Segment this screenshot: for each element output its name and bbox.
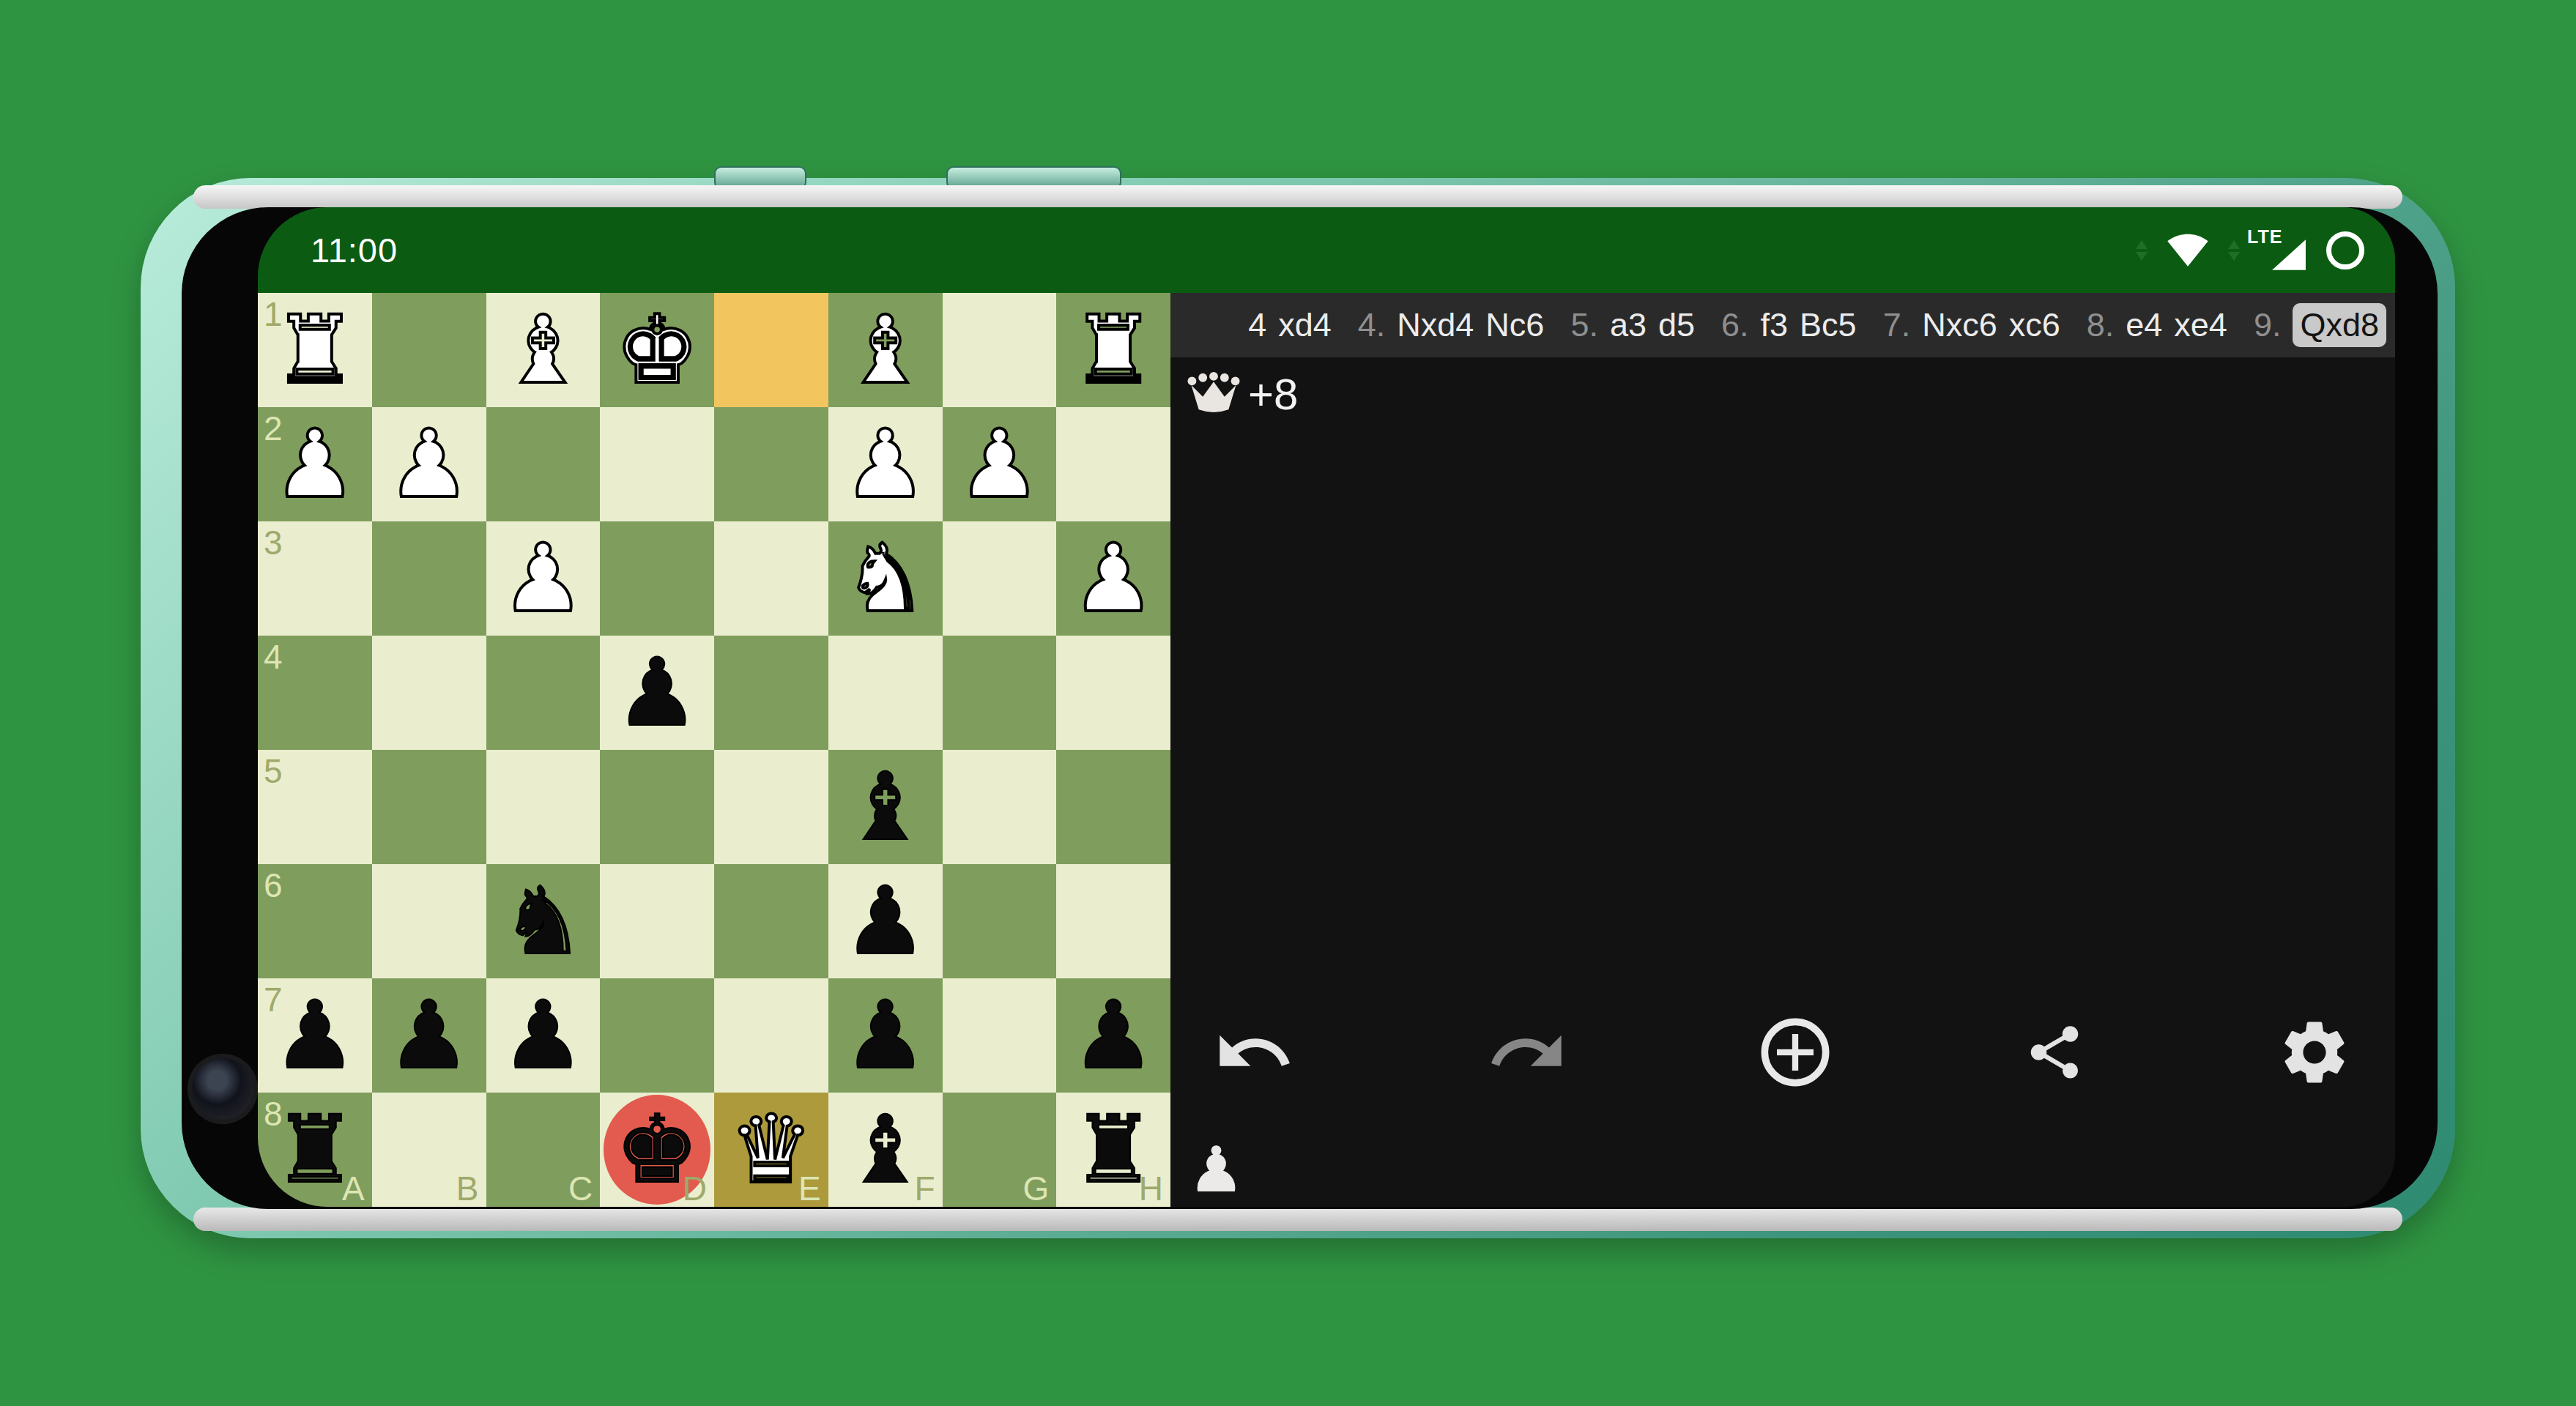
clock: 11:00 <box>311 230 398 270</box>
battery-icon <box>2326 231 2364 269</box>
square-a3[interactable]: 3 <box>258 521 372 636</box>
square-g5[interactable] <box>943 750 1057 864</box>
square-b8[interactable]: B <box>372 1093 486 1207</box>
white-knight[interactable]: ♞ <box>828 521 943 636</box>
square-a5[interactable]: 5 <box>258 750 372 864</box>
phone-bottom-edge <box>193 1208 2402 1231</box>
square-e5[interactable] <box>714 750 828 864</box>
square-e1[interactable] <box>714 293 828 407</box>
current-move[interactable]: Qxd8 <box>2293 303 2386 347</box>
square-e7[interactable] <box>714 978 828 1093</box>
square-a2[interactable]: ♟2 <box>258 407 372 521</box>
phone-mockup: 11:00 LTE <box>141 178 2455 1238</box>
move[interactable]: Nxc6 <box>1922 306 1997 344</box>
black-pawn[interactable]: ♟ <box>828 978 943 1093</box>
square-e3[interactable] <box>714 521 828 636</box>
square-b7[interactable]: ♟ <box>372 978 486 1093</box>
black-pawn[interactable]: ♟ <box>600 636 714 750</box>
file-label: H <box>1139 1169 1163 1207</box>
move[interactable]: xd4 <box>1278 306 1332 344</box>
white-pawn[interactable]: ♟ <box>943 407 1057 521</box>
rank-label: 2 <box>264 409 283 448</box>
square-d6[interactable] <box>600 864 714 978</box>
phone-bezel: 11:00 LTE <box>182 207 2438 1209</box>
move[interactable]: e4 <box>2126 306 2162 344</box>
square-b6[interactable] <box>372 864 486 978</box>
move-number[interactable]: 7. <box>1883 306 1911 344</box>
app-content: ♜1♝♚♝♜♟2♟♟♟3♟♞♟4♟5♝6♞♟♟7♟♟♟♟♜8ABC♚D♛E♝FG… <box>258 293 2395 1207</box>
square-c7[interactable]: ♟ <box>486 978 601 1093</box>
toolbar <box>1170 1005 2395 1100</box>
square-g7[interactable] <box>943 978 1057 1093</box>
square-f2[interactable]: ♟ <box>828 407 943 521</box>
square-f5[interactable]: ♝ <box>828 750 943 864</box>
square-c8[interactable]: C <box>486 1093 601 1207</box>
status-bar: 11:00 LTE <box>258 207 2395 293</box>
evaluation-row: +8 <box>1187 369 1298 420</box>
black-pawn[interactable]: ♟ <box>486 978 601 1093</box>
black-knight[interactable]: ♞ <box>486 864 601 978</box>
square-h5[interactable] <box>1056 750 1170 864</box>
black-bishop[interactable]: ♝ <box>828 750 943 864</box>
add-move-button[interactable] <box>1759 1016 1832 1089</box>
square-h7[interactable]: ♟ <box>1056 978 1170 1093</box>
square-d3[interactable] <box>600 521 714 636</box>
square-h1[interactable]: ♜ <box>1056 293 1170 407</box>
square-f6[interactable]: ♟ <box>828 864 943 978</box>
move[interactable]: f3 <box>1761 306 1789 344</box>
rank-label: 3 <box>264 523 283 562</box>
square-d5[interactable] <box>600 750 714 864</box>
chess-board[interactable]: ♜1♝♚♝♜♟2♟♟♟3♟♞♟4♟5♝6♞♟♟7♟♟♟♟♜8ABC♚D♛E♝FG… <box>258 293 1170 1207</box>
move[interactable]: Nxd4 <box>1397 306 1474 344</box>
square-f1[interactable]: ♝ <box>828 293 943 407</box>
square-g2[interactable]: ♟ <box>943 407 1057 521</box>
square-f3[interactable]: ♞ <box>828 521 943 636</box>
rank-label: 7 <box>264 980 283 1019</box>
square-a8[interactable]: ♜8A <box>258 1093 372 1207</box>
move-number[interactable]: 8. <box>2087 306 2115 344</box>
square-g6[interactable] <box>943 864 1057 978</box>
file-label: C <box>568 1169 593 1207</box>
white-bishop[interactable]: ♝ <box>486 293 601 407</box>
cellular-signal-icon: LTE <box>2259 229 2307 272</box>
rank-label: 4 <box>264 637 283 677</box>
white-pawn[interactable]: ♟ <box>486 521 601 636</box>
white-bishop[interactable]: ♝ <box>828 293 943 407</box>
square-e6[interactable] <box>714 864 828 978</box>
traffic-arrows-icon <box>2136 240 2148 261</box>
move[interactable]: Bc5 <box>1800 306 1857 344</box>
square-d8[interactable]: ♚D <box>600 1093 714 1207</box>
file-label: E <box>798 1169 821 1207</box>
move[interactable]: 4 <box>1248 306 1266 344</box>
square-a4[interactable]: 4 <box>258 636 372 750</box>
square-e4[interactable] <box>714 636 828 750</box>
move[interactable]: xe4 <box>2174 306 2227 344</box>
front-camera <box>188 1054 258 1124</box>
square-b4[interactable] <box>372 636 486 750</box>
white-pawn[interactable]: ♟ <box>372 407 486 521</box>
square-a7[interactable]: ♟7 <box>258 978 372 1093</box>
white-king[interactable]: ♚ <box>600 293 714 407</box>
move-number[interactable]: 6. <box>1721 306 1749 344</box>
move-list[interactable]: 4xd44.Nxd4Nc65.a3d56.f3Bc57.Nxc6xc68.e4x… <box>1170 293 2395 357</box>
square-e8[interactable]: ♛E <box>714 1093 828 1207</box>
square-f4[interactable] <box>828 636 943 750</box>
phone-screen: 11:00 LTE <box>258 207 2395 1207</box>
black-pawn[interactable]: ♟ <box>372 978 486 1093</box>
square-d1[interactable]: ♚ <box>600 293 714 407</box>
file-label: D <box>683 1169 707 1207</box>
square-b5[interactable] <box>372 750 486 864</box>
square-g1[interactable] <box>943 293 1057 407</box>
white-pawn[interactable]: ♟ <box>828 407 943 521</box>
square-h4[interactable] <box>1056 636 1170 750</box>
square-c1[interactable]: ♝ <box>486 293 601 407</box>
white-pawn[interactable]: ♟ <box>1056 521 1170 636</box>
white-rook[interactable]: ♜ <box>1056 293 1170 407</box>
square-e2[interactable] <box>714 407 828 521</box>
move-number[interactable]: 5. <box>1570 306 1598 344</box>
square-c2[interactable] <box>486 407 601 521</box>
square-c4[interactable] <box>486 636 601 750</box>
status-icons: LTE <box>2136 229 2364 272</box>
square-h6[interactable] <box>1056 864 1170 978</box>
move[interactable]: a3 <box>1610 306 1647 344</box>
rank-label: 6 <box>264 866 283 905</box>
square-c6[interactable]: ♞ <box>486 864 601 978</box>
redo-button[interactable] <box>1486 1011 1568 1093</box>
square-b1[interactable] <box>372 293 486 407</box>
file-label: F <box>914 1169 935 1207</box>
share-button[interactable] <box>2023 1021 2086 1084</box>
square-h8[interactable]: ♜H <box>1056 1093 1170 1207</box>
move-number[interactable]: 9. <box>2254 306 2282 344</box>
square-b2[interactable]: ♟ <box>372 407 486 521</box>
square-c3[interactable]: ♟ <box>486 521 601 636</box>
traffic-arrows-icon <box>2228 240 2240 261</box>
black-pawn[interactable]: ♟ <box>1056 978 1170 1093</box>
square-f7[interactable]: ♟ <box>828 978 943 1093</box>
settings-button[interactable] <box>2276 1014 2353 1090</box>
analysis-panel: 4xd44.Nxd4Nc65.a3d56.f3Bc57.Nxc6xc68.e4x… <box>1170 293 2395 1207</box>
file-label: G <box>1022 1169 1049 1207</box>
square-d7[interactable] <box>600 978 714 1093</box>
file-label: B <box>456 1169 479 1207</box>
wifi-icon <box>2167 231 2209 270</box>
square-g3[interactable] <box>943 521 1057 636</box>
square-h3[interactable]: ♟ <box>1056 521 1170 636</box>
move[interactable]: xc6 <box>2009 306 2060 344</box>
rank-label: 1 <box>264 294 283 334</box>
square-d2[interactable] <box>600 407 714 521</box>
square-g4[interactable] <box>943 636 1057 750</box>
square-c5[interactable] <box>486 750 601 864</box>
rank-label: 8 <box>264 1094 283 1134</box>
move-number[interactable]: 4. <box>1358 306 1386 344</box>
undo-button[interactable] <box>1213 1011 1295 1093</box>
file-label: A <box>342 1169 365 1207</box>
square-f8[interactable]: ♝F <box>828 1093 943 1207</box>
square-d4[interactable]: ♟ <box>600 636 714 750</box>
square-h2[interactable] <box>1056 407 1170 521</box>
square-a1[interactable]: ♜1 <box>258 293 372 407</box>
square-g8[interactable]: G <box>943 1093 1057 1207</box>
square-b3[interactable] <box>372 521 486 636</box>
square-a6[interactable]: 6 <box>258 864 372 978</box>
rank-label: 5 <box>264 751 283 791</box>
black-pawn[interactable]: ♟ <box>828 864 943 978</box>
phone-top-edge <box>193 185 2402 209</box>
move[interactable]: d5 <box>1658 306 1695 344</box>
move[interactable]: Nc6 <box>1485 306 1544 344</box>
evaluation-value: +8 <box>1248 369 1298 420</box>
white-queen-crown-icon <box>1187 371 1241 418</box>
white-to-move-pawn-icon: ♟ <box>1188 1138 1244 1201</box>
